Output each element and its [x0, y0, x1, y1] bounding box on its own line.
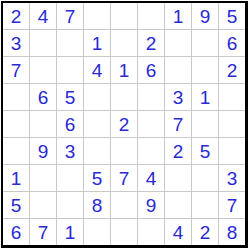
cell-r5c6[interactable]: [138, 111, 164, 137]
cell-r8c3[interactable]: [57, 192, 83, 218]
cell-r1c2[interactable]: 4: [30, 3, 56, 29]
cell-r9c5[interactable]: [111, 219, 137, 245]
cell-r5c2[interactable]: [30, 111, 56, 137]
cell-r7c5[interactable]: 7: [111, 165, 137, 191]
cell-r8c5[interactable]: [111, 192, 137, 218]
cell-r6c1[interactable]: [3, 138, 29, 164]
cell-r8c6[interactable]: 9: [138, 192, 164, 218]
cell-r3c7[interactable]: [165, 57, 191, 83]
cell-r7c2[interactable]: [30, 165, 56, 191]
cell-r1c8[interactable]: 9: [192, 3, 218, 29]
cell-r3c6[interactable]: 6: [138, 57, 164, 83]
cell-r4c9[interactable]: [219, 84, 245, 110]
cell-r9c8[interactable]: 2: [192, 219, 218, 245]
cell-r8c4[interactable]: 8: [84, 192, 110, 218]
cell-r9c7[interactable]: 4: [165, 219, 191, 245]
cell-r7c4[interactable]: 5: [84, 165, 110, 191]
cell-r1c4[interactable]: [84, 3, 110, 29]
cell-r3c5[interactable]: 1: [111, 57, 137, 83]
cell-r2c4[interactable]: 1: [84, 30, 110, 56]
cell-r1c1[interactable]: 2: [3, 3, 29, 29]
cell-r7c3[interactable]: [57, 165, 83, 191]
cell-r3c1[interactable]: 7: [3, 57, 29, 83]
cell-r6c6[interactable]: [138, 138, 164, 164]
cell-r4c7[interactable]: 3: [165, 84, 191, 110]
cell-r8c9[interactable]: 7: [219, 192, 245, 218]
cell-r2c7[interactable]: [165, 30, 191, 56]
cell-r6c5[interactable]: [111, 138, 137, 164]
cell-r5c9[interactable]: [219, 111, 245, 137]
cell-r6c7[interactable]: 2: [165, 138, 191, 164]
cell-r2c8[interactable]: [192, 30, 218, 56]
cell-r2c2[interactable]: [30, 30, 56, 56]
cell-r4c1[interactable]: [3, 84, 29, 110]
cell-r3c8[interactable]: [192, 57, 218, 83]
cell-r4c6[interactable]: [138, 84, 164, 110]
cell-r4c8[interactable]: 1: [192, 84, 218, 110]
cell-r5c7[interactable]: 7: [165, 111, 191, 137]
cell-r5c5[interactable]: 2: [111, 111, 137, 137]
cell-r6c8[interactable]: 5: [192, 138, 218, 164]
cell-r7c9[interactable]: 3: [219, 165, 245, 191]
cell-r5c1[interactable]: [3, 111, 29, 137]
cell-r5c8[interactable]: [192, 111, 218, 137]
cell-r1c7[interactable]: 1: [165, 3, 191, 29]
sudoku-board: 2471953126741626531627932515743589767142…: [1, 1, 248, 248]
cell-r9c1[interactable]: 6: [3, 219, 29, 245]
cell-r3c2[interactable]: [30, 57, 56, 83]
cell-r2c6[interactable]: 2: [138, 30, 164, 56]
cell-r2c1[interactable]: 3: [3, 30, 29, 56]
cell-r1c3[interactable]: 7: [57, 3, 83, 29]
cell-r8c8[interactable]: [192, 192, 218, 218]
cell-r4c3[interactable]: 5: [57, 84, 83, 110]
cell-r6c2[interactable]: 9: [30, 138, 56, 164]
cell-r7c6[interactable]: 4: [138, 165, 164, 191]
cell-r4c5[interactable]: [111, 84, 137, 110]
cell-r1c6[interactable]: [138, 3, 164, 29]
cell-r9c3[interactable]: 1: [57, 219, 83, 245]
cell-r6c9[interactable]: [219, 138, 245, 164]
cell-r6c4[interactable]: [84, 138, 110, 164]
cell-r8c7[interactable]: [165, 192, 191, 218]
cell-r3c9[interactable]: 2: [219, 57, 245, 83]
cell-r8c2[interactable]: [30, 192, 56, 218]
cell-r9c9[interactable]: 8: [219, 219, 245, 245]
cell-r1c5[interactable]: [111, 3, 137, 29]
cell-r7c7[interactable]: [165, 165, 191, 191]
cell-r4c2[interactable]: 6: [30, 84, 56, 110]
cell-r9c6[interactable]: [138, 219, 164, 245]
cell-r8c1[interactable]: 5: [3, 192, 29, 218]
cell-r2c5[interactable]: [111, 30, 137, 56]
cell-r9c4[interactable]: [84, 219, 110, 245]
cell-r2c3[interactable]: [57, 30, 83, 56]
cell-r3c4[interactable]: 4: [84, 57, 110, 83]
cell-r1c9[interactable]: 5: [219, 3, 245, 29]
cell-r5c4[interactable]: [84, 111, 110, 137]
cell-r9c2[interactable]: 7: [30, 219, 56, 245]
cell-r5c3[interactable]: 6: [57, 111, 83, 137]
cell-r3c3[interactable]: [57, 57, 83, 83]
cell-r4c4[interactable]: [84, 84, 110, 110]
cell-r7c8[interactable]: [192, 165, 218, 191]
cell-r7c1[interactable]: 1: [3, 165, 29, 191]
cell-r2c9[interactable]: 6: [219, 30, 245, 56]
cell-r6c3[interactable]: 3: [57, 138, 83, 164]
